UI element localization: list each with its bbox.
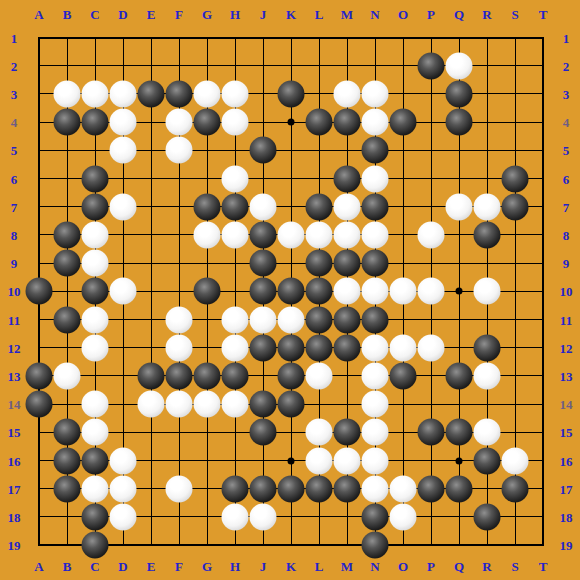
stone-black-J17[interactable] <box>250 475 277 502</box>
row-label-left-18: 18 <box>8 510 21 523</box>
stone-white-N8[interactable] <box>362 221 389 248</box>
stone-black-G4[interactable] <box>194 109 221 136</box>
stone-white-S16[interactable] <box>502 447 529 474</box>
col-label-top-R: R <box>482 8 491 21</box>
stone-white-C14[interactable] <box>82 391 109 418</box>
stone-white-D10[interactable] <box>110 278 137 305</box>
stone-black-N7[interactable] <box>362 193 389 220</box>
stone-black-B15[interactable] <box>54 419 81 446</box>
stone-black-A13[interactable] <box>26 362 53 389</box>
stone-white-G8[interactable] <box>194 221 221 248</box>
row-label-right-13: 13 <box>560 369 573 382</box>
stone-white-Q2[interactable] <box>446 52 473 79</box>
row-label-right-18: 18 <box>560 510 573 523</box>
col-label-bottom-O: O <box>398 560 408 573</box>
stone-black-L11[interactable] <box>306 306 333 333</box>
stone-black-L7[interactable] <box>306 193 333 220</box>
stone-black-B9[interactable] <box>54 250 81 277</box>
stone-black-K13[interactable] <box>278 362 305 389</box>
row-label-left-14: 14 <box>8 398 21 411</box>
stone-black-Q4[interactable] <box>446 109 473 136</box>
stone-white-F12[interactable] <box>166 334 193 361</box>
stone-white-P8[interactable] <box>418 221 445 248</box>
col-label-bottom-H: H <box>230 560 240 573</box>
star-point-K16 <box>288 457 295 464</box>
row-label-left-9: 9 <box>11 257 18 270</box>
stone-black-H7[interactable] <box>222 193 249 220</box>
stone-black-J12[interactable] <box>250 334 277 361</box>
row-label-left-12: 12 <box>8 341 21 354</box>
stone-white-F17[interactable] <box>166 475 193 502</box>
stone-black-C6[interactable] <box>82 165 109 192</box>
stone-white-B3[interactable] <box>54 80 81 107</box>
stone-white-J18[interactable] <box>250 503 277 530</box>
stone-black-F3[interactable] <box>166 80 193 107</box>
stone-white-D5[interactable] <box>110 137 137 164</box>
col-label-bottom-G: G <box>202 560 212 573</box>
stone-black-Q13[interactable] <box>446 362 473 389</box>
row-label-right-1: 1 <box>563 31 570 44</box>
stone-white-H3[interactable] <box>222 80 249 107</box>
row-label-right-3: 3 <box>563 87 570 100</box>
stone-white-N15[interactable] <box>362 419 389 446</box>
col-label-top-K: K <box>286 8 296 21</box>
stone-black-M11[interactable] <box>334 306 361 333</box>
stone-white-N16[interactable] <box>362 447 389 474</box>
row-label-right-7: 7 <box>563 200 570 213</box>
stone-white-C17[interactable] <box>82 475 109 502</box>
row-label-left-10: 10 <box>8 285 21 298</box>
stone-black-E3[interactable] <box>138 80 165 107</box>
stone-white-L15[interactable] <box>306 419 333 446</box>
stone-white-L16[interactable] <box>306 447 333 474</box>
stone-black-R12[interactable] <box>474 334 501 361</box>
col-label-top-H: H <box>230 8 240 21</box>
row-label-right-16: 16 <box>560 454 573 467</box>
stone-white-P10[interactable] <box>418 278 445 305</box>
col-label-bottom-E: E <box>147 560 156 573</box>
row-label-right-17: 17 <box>560 482 573 495</box>
stone-black-R8[interactable] <box>474 221 501 248</box>
stone-white-L8[interactable] <box>306 221 333 248</box>
stone-black-L4[interactable] <box>306 109 333 136</box>
stone-white-M7[interactable] <box>334 193 361 220</box>
col-label-top-E: E <box>147 8 156 21</box>
grid-line-horizontal <box>38 544 544 546</box>
stone-white-N4[interactable] <box>362 109 389 136</box>
stone-black-C18[interactable] <box>82 503 109 530</box>
stone-black-G7[interactable] <box>194 193 221 220</box>
stone-black-K12[interactable] <box>278 334 305 361</box>
stone-black-L17[interactable] <box>306 475 333 502</box>
stone-white-M3[interactable] <box>334 80 361 107</box>
stone-black-B17[interactable] <box>54 475 81 502</box>
stone-black-N5[interactable] <box>362 137 389 164</box>
stone-white-H14[interactable] <box>222 391 249 418</box>
stone-white-H8[interactable] <box>222 221 249 248</box>
row-label-left-19: 19 <box>8 539 21 552</box>
row-label-right-10: 10 <box>560 285 573 298</box>
col-label-bottom-S: S <box>511 560 518 573</box>
row-label-right-6: 6 <box>563 172 570 185</box>
stone-white-G14[interactable] <box>194 391 221 418</box>
stone-white-H4[interactable] <box>222 109 249 136</box>
row-label-left-4: 4 <box>11 116 18 129</box>
stone-black-L12[interactable] <box>306 334 333 361</box>
row-label-right-14: 14 <box>560 398 573 411</box>
stone-white-M8[interactable] <box>334 221 361 248</box>
stone-white-J7[interactable] <box>250 193 277 220</box>
stone-white-P12[interactable] <box>418 334 445 361</box>
stone-white-R7[interactable] <box>474 193 501 220</box>
col-label-bottom-J: J <box>260 560 267 573</box>
stone-black-H13[interactable] <box>222 362 249 389</box>
stone-black-S17[interactable] <box>502 475 529 502</box>
stone-black-A14[interactable] <box>26 391 53 418</box>
col-label-bottom-M: M <box>341 560 353 573</box>
stone-black-M6[interactable] <box>334 165 361 192</box>
stone-black-F13[interactable] <box>166 362 193 389</box>
stone-black-K17[interactable] <box>278 475 305 502</box>
col-label-bottom-L: L <box>315 560 324 573</box>
stone-black-P17[interactable] <box>418 475 445 502</box>
col-label-bottom-F: F <box>175 560 183 573</box>
stone-black-J14[interactable] <box>250 391 277 418</box>
col-label-top-O: O <box>398 8 408 21</box>
stone-black-J15[interactable] <box>250 419 277 446</box>
stone-white-C3[interactable] <box>82 80 109 107</box>
stone-black-O13[interactable] <box>390 362 417 389</box>
col-label-top-Q: Q <box>454 8 464 21</box>
stone-black-C19[interactable] <box>82 532 109 559</box>
stone-white-D18[interactable] <box>110 503 137 530</box>
stone-black-B8[interactable] <box>54 221 81 248</box>
stone-white-C12[interactable] <box>82 334 109 361</box>
stone-white-H12[interactable] <box>222 334 249 361</box>
row-label-left-15: 15 <box>8 426 21 439</box>
stone-white-R15[interactable] <box>474 419 501 446</box>
stone-white-F14[interactable] <box>166 391 193 418</box>
stone-black-B4[interactable] <box>54 109 81 136</box>
stone-white-K8[interactable] <box>278 221 305 248</box>
stone-white-H18[interactable] <box>222 503 249 530</box>
row-label-right-8: 8 <box>563 228 570 241</box>
col-label-bottom-D: D <box>118 560 127 573</box>
stone-white-N3[interactable] <box>362 80 389 107</box>
col-label-top-A: A <box>34 8 43 21</box>
stone-black-S6[interactable] <box>502 165 529 192</box>
stone-white-M10[interactable] <box>334 278 361 305</box>
col-label-bottom-Q: Q <box>454 560 464 573</box>
stone-black-N9[interactable] <box>362 250 389 277</box>
stone-black-M9[interactable] <box>334 250 361 277</box>
star-point-Q16 <box>456 457 463 464</box>
stone-white-R10[interactable] <box>474 278 501 305</box>
row-label-right-15: 15 <box>560 426 573 439</box>
stone-white-N14[interactable] <box>362 391 389 418</box>
stone-black-E13[interactable] <box>138 362 165 389</box>
row-label-left-17: 17 <box>8 482 21 495</box>
stone-white-G3[interactable] <box>194 80 221 107</box>
stone-white-C9[interactable] <box>82 250 109 277</box>
stone-black-R18[interactable] <box>474 503 501 530</box>
stone-black-J9[interactable] <box>250 250 277 277</box>
stone-white-F11[interactable] <box>166 306 193 333</box>
col-label-top-D: D <box>118 8 127 21</box>
stone-white-C11[interactable] <box>82 306 109 333</box>
stone-black-L9[interactable] <box>306 250 333 277</box>
go-board[interactable]: ABCDEFGHJKLMNOPQRST ABCDEFGHJKLMNOPQRST … <box>0 0 580 580</box>
col-label-top-L: L <box>315 8 324 21</box>
stone-black-M17[interactable] <box>334 475 361 502</box>
row-label-left-8: 8 <box>11 228 18 241</box>
col-label-top-N: N <box>370 8 379 21</box>
stone-white-N13[interactable] <box>362 362 389 389</box>
col-label-top-S: S <box>511 8 518 21</box>
stone-black-N19[interactable] <box>362 532 389 559</box>
stone-white-N17[interactable] <box>362 475 389 502</box>
stone-white-C8[interactable] <box>82 221 109 248</box>
stone-white-K11[interactable] <box>278 306 305 333</box>
row-label-left-5: 5 <box>11 144 18 157</box>
star-point-Q10 <box>456 288 463 295</box>
col-label-top-P: P <box>427 8 435 21</box>
row-label-right-2: 2 <box>563 59 570 72</box>
col-label-top-M: M <box>341 8 353 21</box>
stone-white-F5[interactable] <box>166 137 193 164</box>
stone-black-M12[interactable] <box>334 334 361 361</box>
stone-black-K3[interactable] <box>278 80 305 107</box>
row-label-left-13: 13 <box>8 369 21 382</box>
stone-white-O10[interactable] <box>390 278 417 305</box>
stone-black-J8[interactable] <box>250 221 277 248</box>
row-label-right-12: 12 <box>560 341 573 354</box>
row-label-left-1: 1 <box>11 31 18 44</box>
stone-black-N18[interactable] <box>362 503 389 530</box>
col-label-bottom-N: N <box>370 560 379 573</box>
stone-black-Q15[interactable] <box>446 419 473 446</box>
stone-white-F4[interactable] <box>166 109 193 136</box>
stone-black-K10[interactable] <box>278 278 305 305</box>
stone-black-N11[interactable] <box>362 306 389 333</box>
stone-black-C10[interactable] <box>82 278 109 305</box>
col-label-bottom-T: T <box>539 560 548 573</box>
row-label-left-11: 11 <box>8 313 20 326</box>
stone-white-R13[interactable] <box>474 362 501 389</box>
row-label-right-11: 11 <box>560 313 572 326</box>
stone-black-J5[interactable] <box>250 137 277 164</box>
row-label-left-2: 2 <box>11 59 18 72</box>
row-label-right-4: 4 <box>563 116 570 129</box>
row-label-right-19: 19 <box>560 539 573 552</box>
stone-black-H17[interactable] <box>222 475 249 502</box>
col-label-bottom-C: C <box>90 560 99 573</box>
row-label-left-7: 7 <box>11 200 18 213</box>
stone-white-D3[interactable] <box>110 80 137 107</box>
col-label-top-F: F <box>175 8 183 21</box>
stone-black-R16[interactable] <box>474 447 501 474</box>
row-label-right-9: 9 <box>563 257 570 270</box>
stone-black-C16[interactable] <box>82 447 109 474</box>
stone-white-Q7[interactable] <box>446 193 473 220</box>
stone-white-B13[interactable] <box>54 362 81 389</box>
stone-white-J11[interactable] <box>250 306 277 333</box>
stone-black-A10[interactable] <box>26 278 53 305</box>
stone-white-N10[interactable] <box>362 278 389 305</box>
stone-black-S7[interactable] <box>502 193 529 220</box>
col-label-top-B: B <box>63 8 72 21</box>
stone-white-D7[interactable] <box>110 193 137 220</box>
stone-white-O12[interactable] <box>390 334 417 361</box>
col-label-top-G: G <box>202 8 212 21</box>
grid-line-vertical <box>542 37 544 547</box>
stone-black-P15[interactable] <box>418 419 445 446</box>
stone-white-H6[interactable] <box>222 165 249 192</box>
stone-black-G10[interactable] <box>194 278 221 305</box>
stone-black-C7[interactable] <box>82 193 109 220</box>
col-label-bottom-K: K <box>286 560 296 573</box>
stone-black-B11[interactable] <box>54 306 81 333</box>
stone-white-D4[interactable] <box>110 109 137 136</box>
col-label-top-T: T <box>539 8 548 21</box>
stone-white-M16[interactable] <box>334 447 361 474</box>
stone-white-D16[interactable] <box>110 447 137 474</box>
col-label-bottom-P: P <box>427 560 435 573</box>
star-point-K4 <box>288 119 295 126</box>
stone-white-L13[interactable] <box>306 362 333 389</box>
stone-black-K14[interactable] <box>278 391 305 418</box>
stone-black-Q17[interactable] <box>446 475 473 502</box>
stone-black-O4[interactable] <box>390 109 417 136</box>
row-label-right-5: 5 <box>563 144 570 157</box>
stone-black-J10[interactable] <box>250 278 277 305</box>
col-label-top-J: J <box>260 8 267 21</box>
stone-white-O17[interactable] <box>390 475 417 502</box>
col-label-bottom-B: B <box>63 560 72 573</box>
col-label-bottom-R: R <box>482 560 491 573</box>
stone-black-C4[interactable] <box>82 109 109 136</box>
stone-black-Q3[interactable] <box>446 80 473 107</box>
stone-black-M15[interactable] <box>334 419 361 446</box>
stone-black-L10[interactable] <box>306 278 333 305</box>
col-label-bottom-A: A <box>34 560 43 573</box>
stone-black-B16[interactable] <box>54 447 81 474</box>
stone-white-H11[interactable] <box>222 306 249 333</box>
stone-black-P2[interactable] <box>418 52 445 79</box>
stone-black-G13[interactable] <box>194 362 221 389</box>
stone-white-D17[interactable] <box>110 475 137 502</box>
row-label-left-3: 3 <box>11 87 18 100</box>
stone-white-O18[interactable] <box>390 503 417 530</box>
row-label-left-6: 6 <box>11 172 18 185</box>
stone-white-N6[interactable] <box>362 165 389 192</box>
row-label-left-16: 16 <box>8 454 21 467</box>
col-label-top-C: C <box>90 8 99 21</box>
stone-white-C15[interactable] <box>82 419 109 446</box>
stone-white-E14[interactable] <box>138 391 165 418</box>
stone-black-M4[interactable] <box>334 109 361 136</box>
stone-white-N12[interactable] <box>362 334 389 361</box>
